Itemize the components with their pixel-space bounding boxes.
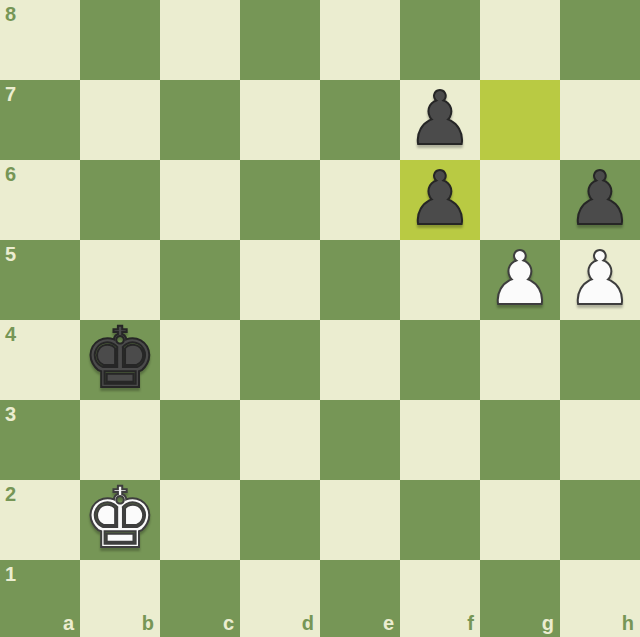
square-f6[interactable]: ♟ — [400, 160, 480, 240]
square-h4[interactable] — [560, 320, 640, 400]
square-d2[interactable] — [240, 480, 320, 560]
square-c1[interactable]: c — [160, 560, 240, 637]
square-g7[interactable] — [480, 80, 560, 160]
square-f1[interactable]: f — [400, 560, 480, 637]
square-c7[interactable] — [160, 80, 240, 160]
square-f3[interactable] — [400, 400, 480, 480]
white-pawn[interactable]: ♟ — [487, 241, 553, 315]
square-d5[interactable] — [240, 240, 320, 320]
square-b5[interactable] — [80, 240, 160, 320]
rank-label-4: 4 — [5, 324, 16, 344]
square-h2[interactable] — [560, 480, 640, 560]
square-d6[interactable] — [240, 160, 320, 240]
square-e2[interactable] — [320, 480, 400, 560]
file-label-g: g — [542, 613, 554, 633]
square-a6[interactable]: 6 — [0, 160, 80, 240]
square-a3[interactable]: 3 — [0, 400, 80, 480]
file-label-d: d — [302, 613, 314, 633]
rank-label-8: 8 — [5, 4, 16, 24]
white-pawn[interactable]: ♟ — [567, 241, 633, 315]
square-b2[interactable]: ♚ — [80, 480, 160, 560]
square-d4[interactable] — [240, 320, 320, 400]
square-f2[interactable] — [400, 480, 480, 560]
rank-label-6: 6 — [5, 164, 16, 184]
square-e5[interactable] — [320, 240, 400, 320]
square-h3[interactable] — [560, 400, 640, 480]
square-b1[interactable]: b — [80, 560, 160, 637]
square-g6[interactable] — [480, 160, 560, 240]
file-label-b: b — [142, 613, 154, 633]
square-f8[interactable] — [400, 0, 480, 80]
black-pawn[interactable]: ♟ — [567, 161, 633, 235]
square-a8[interactable]: 8 — [0, 0, 80, 80]
square-h1[interactable]: h — [560, 560, 640, 637]
rank-label-5: 5 — [5, 244, 16, 264]
square-a4[interactable]: 4 — [0, 320, 80, 400]
black-pawn[interactable]: ♟ — [407, 81, 473, 155]
square-a1[interactable]: 1a — [0, 560, 80, 637]
square-c3[interactable] — [160, 400, 240, 480]
square-f4[interactable] — [400, 320, 480, 400]
square-g8[interactable] — [480, 0, 560, 80]
square-f5[interactable] — [400, 240, 480, 320]
square-b4[interactable]: ♚ — [80, 320, 160, 400]
chess-board-container: 87♟6♟♟5♟♟4♚32♚1abcdefgh — [0, 0, 640, 637]
square-e6[interactable] — [320, 160, 400, 240]
file-label-e: e — [383, 613, 394, 633]
square-g3[interactable] — [480, 400, 560, 480]
square-g4[interactable] — [480, 320, 560, 400]
square-g1[interactable]: g — [480, 560, 560, 637]
square-d1[interactable]: d — [240, 560, 320, 637]
square-h8[interactable] — [560, 0, 640, 80]
square-a7[interactable]: 7 — [0, 80, 80, 160]
square-b6[interactable] — [80, 160, 160, 240]
square-a2[interactable]: 2 — [0, 480, 80, 560]
square-e7[interactable] — [320, 80, 400, 160]
square-c4[interactable] — [160, 320, 240, 400]
square-e1[interactable]: e — [320, 560, 400, 637]
square-b8[interactable] — [80, 0, 160, 80]
square-h5[interactable]: ♟ — [560, 240, 640, 320]
rank-label-2: 2 — [5, 484, 16, 504]
file-label-c: c — [223, 613, 234, 633]
square-e4[interactable] — [320, 320, 400, 400]
square-f7[interactable]: ♟ — [400, 80, 480, 160]
square-g2[interactable] — [480, 480, 560, 560]
square-c5[interactable] — [160, 240, 240, 320]
square-g5[interactable]: ♟ — [480, 240, 560, 320]
black-king[interactable]: ♚ — [82, 316, 157, 400]
file-label-f: f — [467, 613, 474, 633]
square-b7[interactable] — [80, 80, 160, 160]
file-label-a: a — [63, 613, 74, 633]
square-c8[interactable] — [160, 0, 240, 80]
square-d8[interactable] — [240, 0, 320, 80]
square-c2[interactable] — [160, 480, 240, 560]
chess-board: 87♟6♟♟5♟♟4♚32♚1abcdefgh — [0, 0, 640, 637]
square-b3[interactable] — [80, 400, 160, 480]
black-pawn[interactable]: ♟ — [407, 161, 473, 235]
square-d3[interactable] — [240, 400, 320, 480]
rank-label-3: 3 — [5, 404, 16, 424]
square-e8[interactable] — [320, 0, 400, 80]
rank-label-1: 1 — [5, 564, 16, 584]
square-a5[interactable]: 5 — [0, 240, 80, 320]
file-label-h: h — [622, 613, 634, 633]
square-h7[interactable] — [560, 80, 640, 160]
square-d7[interactable] — [240, 80, 320, 160]
rank-label-7: 7 — [5, 84, 16, 104]
square-h6[interactable]: ♟ — [560, 160, 640, 240]
white-king[interactable]: ♚ — [82, 476, 157, 560]
square-c6[interactable] — [160, 160, 240, 240]
square-e3[interactable] — [320, 400, 400, 480]
